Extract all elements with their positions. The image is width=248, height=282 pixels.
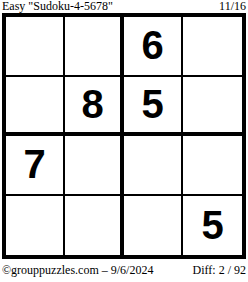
page-number: 11/16 xyxy=(219,0,246,13)
cell-r3c3[interactable] xyxy=(124,136,183,196)
puzzle-title: Easy "Sudoku-4-5678" xyxy=(2,0,113,13)
cell-r2c4[interactable] xyxy=(183,77,242,137)
cell-r4c1[interactable] xyxy=(6,196,65,256)
page-header: Easy "Sudoku-4-5678" 11/16 xyxy=(2,0,246,13)
cell-r4c3[interactable] xyxy=(124,196,183,256)
cell-r1c2[interactable] xyxy=(65,17,124,77)
difficulty-text: Diff: 2 / 92 xyxy=(193,263,246,277)
cell-r4c4[interactable]: 5 xyxy=(183,196,242,256)
cell-r3c1[interactable]: 7 xyxy=(6,136,65,196)
cell-r2c2[interactable]: 8 xyxy=(65,77,124,137)
cell-r4c2[interactable] xyxy=(65,196,124,256)
cell-r2c1[interactable] xyxy=(6,77,65,137)
cell-r2c3[interactable]: 5 xyxy=(124,77,183,137)
copyright-text: ©grouppuzzles.com – 9/6/2024 xyxy=(2,263,153,277)
sudoku-grid: 6 8 5 7 5 xyxy=(2,13,246,259)
cell-r1c4[interactable] xyxy=(183,17,242,77)
cell-r1c1[interactable] xyxy=(6,17,65,77)
cell-r3c2[interactable] xyxy=(65,136,124,196)
cell-r1c3[interactable]: 6 xyxy=(124,17,183,77)
page-footer: ©grouppuzzles.com – 9/6/2024 Diff: 2 / 9… xyxy=(2,263,246,277)
cell-r3c4[interactable] xyxy=(183,136,242,196)
